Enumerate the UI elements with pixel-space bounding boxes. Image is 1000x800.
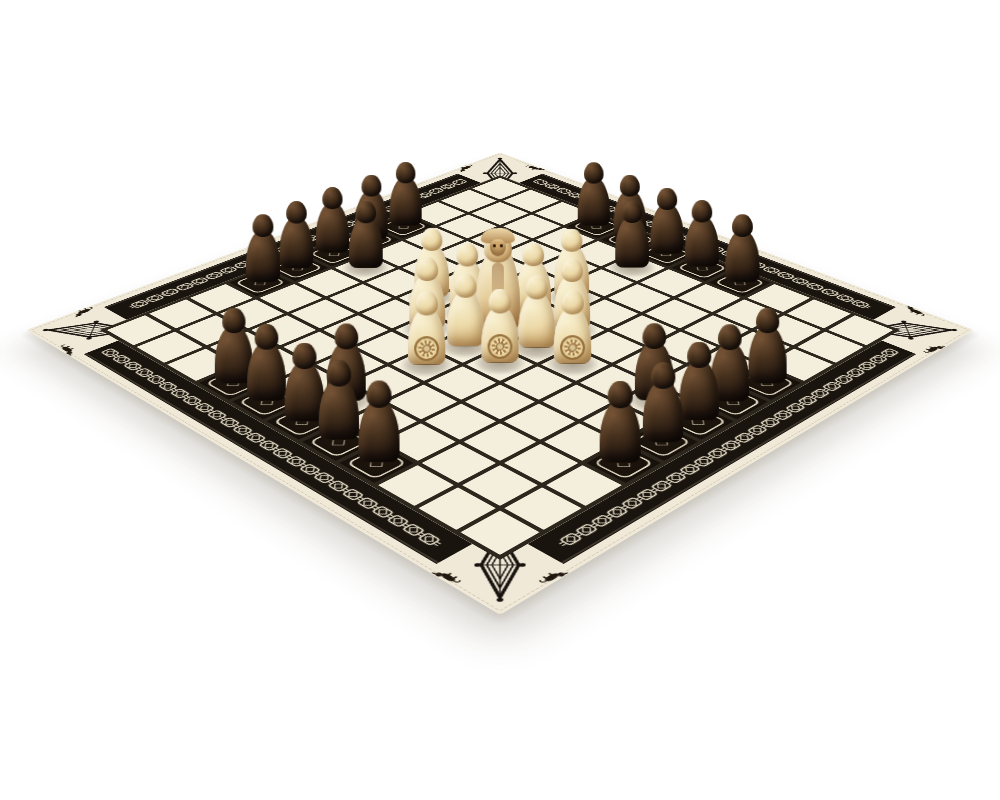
attacker-head bbox=[286, 201, 307, 223]
defender-head bbox=[489, 288, 512, 313]
attacker-head bbox=[650, 362, 675, 389]
defender-robe bbox=[518, 291, 555, 348]
defender-head bbox=[561, 258, 583, 282]
attacker-head bbox=[362, 175, 382, 197]
attacker-robe bbox=[359, 398, 400, 462]
defender-head bbox=[562, 290, 585, 315]
attacker-head bbox=[584, 162, 604, 183]
attacker-robe bbox=[247, 341, 286, 401]
attacker-head bbox=[292, 343, 316, 369]
attacker-head bbox=[756, 308, 779, 333]
attacker-head bbox=[657, 188, 677, 210]
defender-head bbox=[454, 273, 476, 297]
round-shield bbox=[488, 334, 513, 359]
hnefatafl-board-cloth bbox=[26, 152, 974, 614]
defender-head bbox=[416, 291, 439, 316]
defender-head bbox=[526, 275, 548, 299]
attacker-robe bbox=[319, 378, 359, 441]
attacker-head bbox=[355, 201, 376, 223]
attacker-head bbox=[620, 175, 640, 197]
attacker-head bbox=[731, 214, 752, 237]
attacker-head bbox=[327, 360, 352, 387]
attacker-robe bbox=[749, 325, 787, 384]
attacker-head bbox=[255, 324, 279, 350]
attacker-head bbox=[335, 323, 359, 349]
attacker-robe bbox=[600, 399, 641, 463]
product-photo-scene bbox=[0, 0, 1000, 800]
attacker-head bbox=[622, 201, 643, 223]
attacker-head bbox=[367, 380, 392, 407]
attacker-robe bbox=[643, 380, 683, 443]
attacker-robe bbox=[679, 359, 718, 420]
attacker-head bbox=[252, 214, 273, 237]
attacker-head bbox=[323, 187, 343, 209]
attacker-head bbox=[718, 324, 742, 350]
attacker-head bbox=[687, 342, 711, 368]
attacker-head bbox=[223, 308, 246, 333]
attacker-head bbox=[396, 162, 416, 183]
attacker-head bbox=[642, 323, 666, 349]
attacker-head bbox=[692, 200, 713, 222]
defender-robe bbox=[447, 290, 484, 347]
attacker-head bbox=[608, 381, 633, 408]
